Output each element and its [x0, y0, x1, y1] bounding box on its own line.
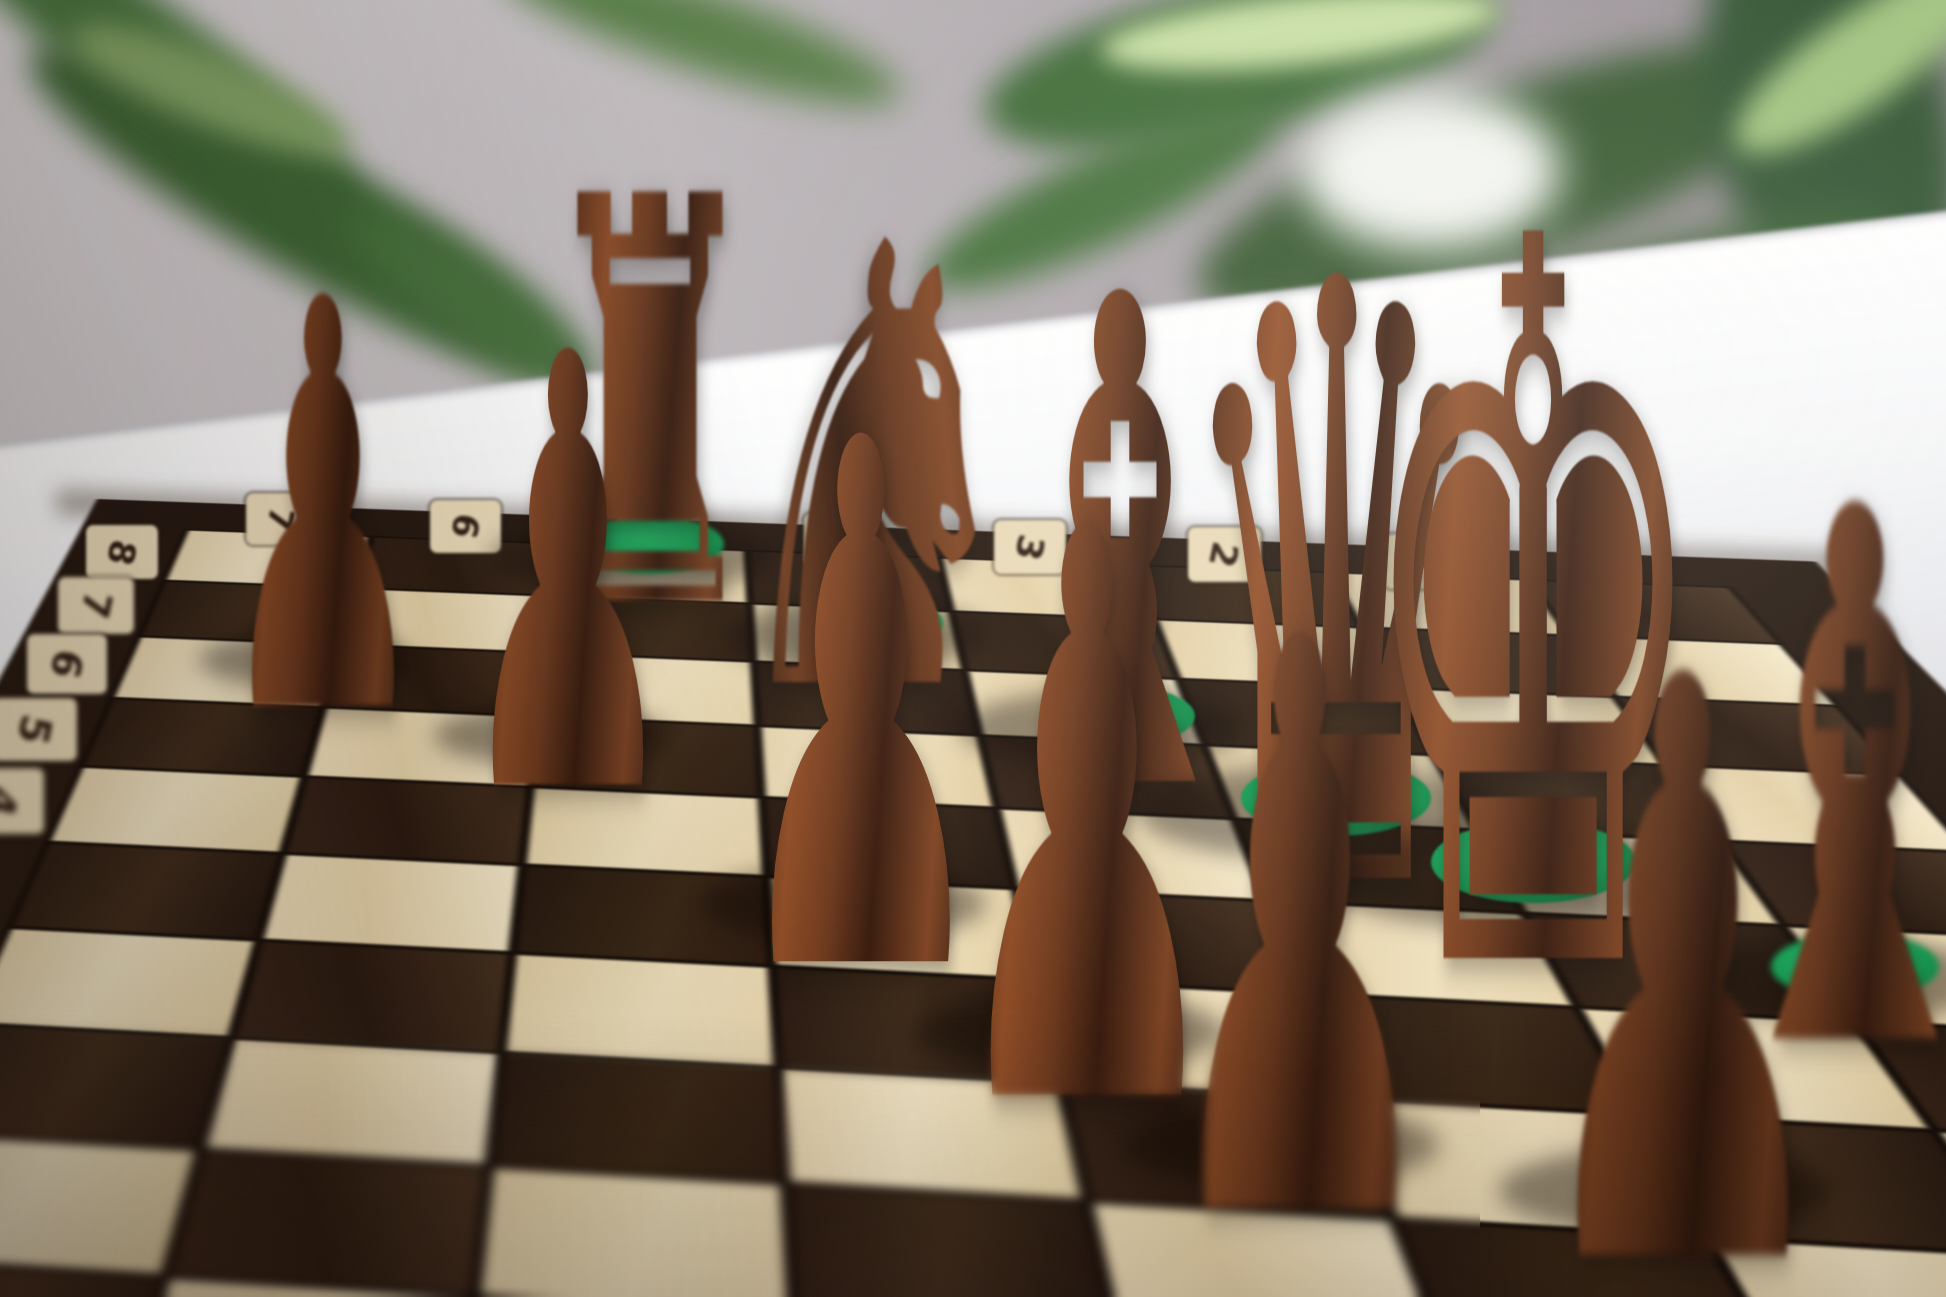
coordinate-label-left: 4 — [0, 768, 44, 834]
coordinate-label-left: 7 — [58, 577, 134, 634]
light-square — [0, 929, 253, 1035]
pawn-glyph: ♟ — [455, 278, 680, 876]
dark-square — [0, 1026, 225, 1147]
coordinate-label-left: 8 — [86, 525, 158, 579]
pawn-glyph: ♟ — [217, 228, 429, 792]
coordinate-label-left: 6 — [27, 634, 107, 694]
coordinate-label-left: 5 — [0, 698, 77, 761]
light-square — [206, 1040, 496, 1163]
dark-square — [171, 1152, 483, 1293]
dark-square — [14, 844, 278, 938]
light-square — [482, 1169, 787, 1297]
pawn-glyph: ♟ — [1525, 577, 1841, 1297]
pawn-glyph: ♟ — [1155, 541, 1445, 1297]
dark-square — [237, 942, 508, 1050]
chess-set-photo-scene: 765432187654 ♜♞♟♝♟♛♚♟♝♟♟♟ — [0, 0, 1946, 1297]
light-square — [0, 1135, 194, 1274]
